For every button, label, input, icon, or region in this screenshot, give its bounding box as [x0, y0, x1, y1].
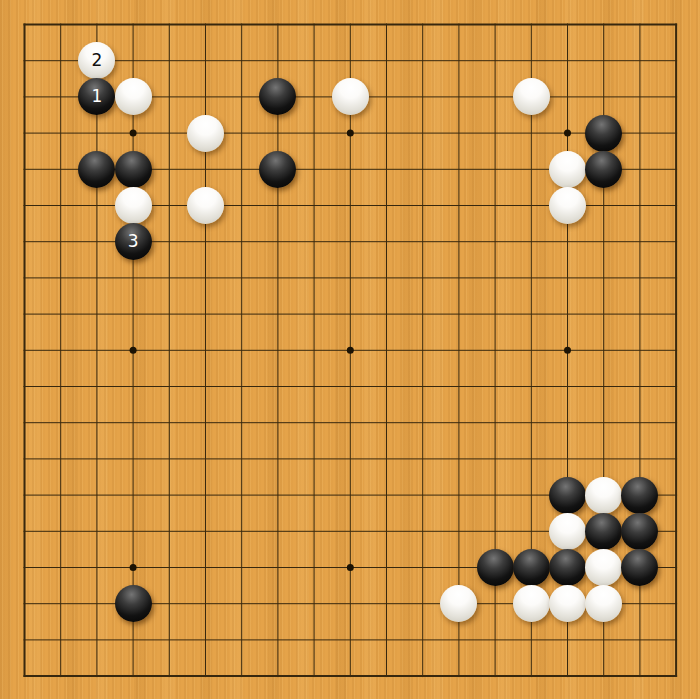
white-stone[interactable] — [115, 78, 152, 115]
white-stone[interactable] — [549, 513, 586, 550]
black-stone[interactable]: 3 — [115, 223, 152, 260]
black-stone[interactable] — [115, 585, 152, 622]
white-stone[interactable] — [115, 187, 152, 224]
move-number-label: 3 — [128, 233, 139, 250]
white-stone[interactable]: 2 — [78, 42, 115, 79]
black-stone[interactable] — [78, 151, 115, 188]
white-stone[interactable] — [585, 477, 622, 514]
black-stone[interactable] — [585, 115, 622, 152]
move-number-label: 2 — [91, 52, 102, 69]
go-board[interactable]: 213 — [0, 0, 700, 699]
black-stone[interactable] — [513, 549, 550, 586]
white-stone[interactable] — [585, 585, 622, 622]
black-stone[interactable] — [621, 477, 658, 514]
white-stone[interactable] — [187, 187, 224, 224]
go-diagram: { "game": "go", "board": { "size": 19, "… — [0, 0, 700, 699]
white-stone[interactable] — [585, 549, 622, 586]
black-stone[interactable] — [621, 549, 658, 586]
white-stone[interactable] — [332, 78, 369, 115]
black-stone[interactable] — [549, 477, 586, 514]
white-stone[interactable] — [549, 585, 586, 622]
white-stone[interactable] — [513, 585, 550, 622]
black-stone[interactable] — [549, 549, 586, 586]
white-stone[interactable] — [549, 151, 586, 188]
move-number-label: 1 — [91, 88, 102, 105]
black-stone[interactable] — [259, 151, 296, 188]
white-stone[interactable] — [187, 115, 224, 152]
black-stone[interactable] — [259, 78, 296, 115]
black-stone[interactable] — [585, 513, 622, 550]
white-stone[interactable] — [440, 585, 477, 622]
black-stone[interactable] — [585, 151, 622, 188]
white-stone[interactable] — [549, 187, 586, 224]
black-stone[interactable] — [621, 513, 658, 550]
black-stone[interactable]: 1 — [78, 78, 115, 115]
black-stone[interactable] — [115, 151, 152, 188]
white-stone[interactable] — [513, 78, 550, 115]
stones-layer: 213 — [0, 0, 700, 699]
black-stone[interactable] — [477, 549, 514, 586]
